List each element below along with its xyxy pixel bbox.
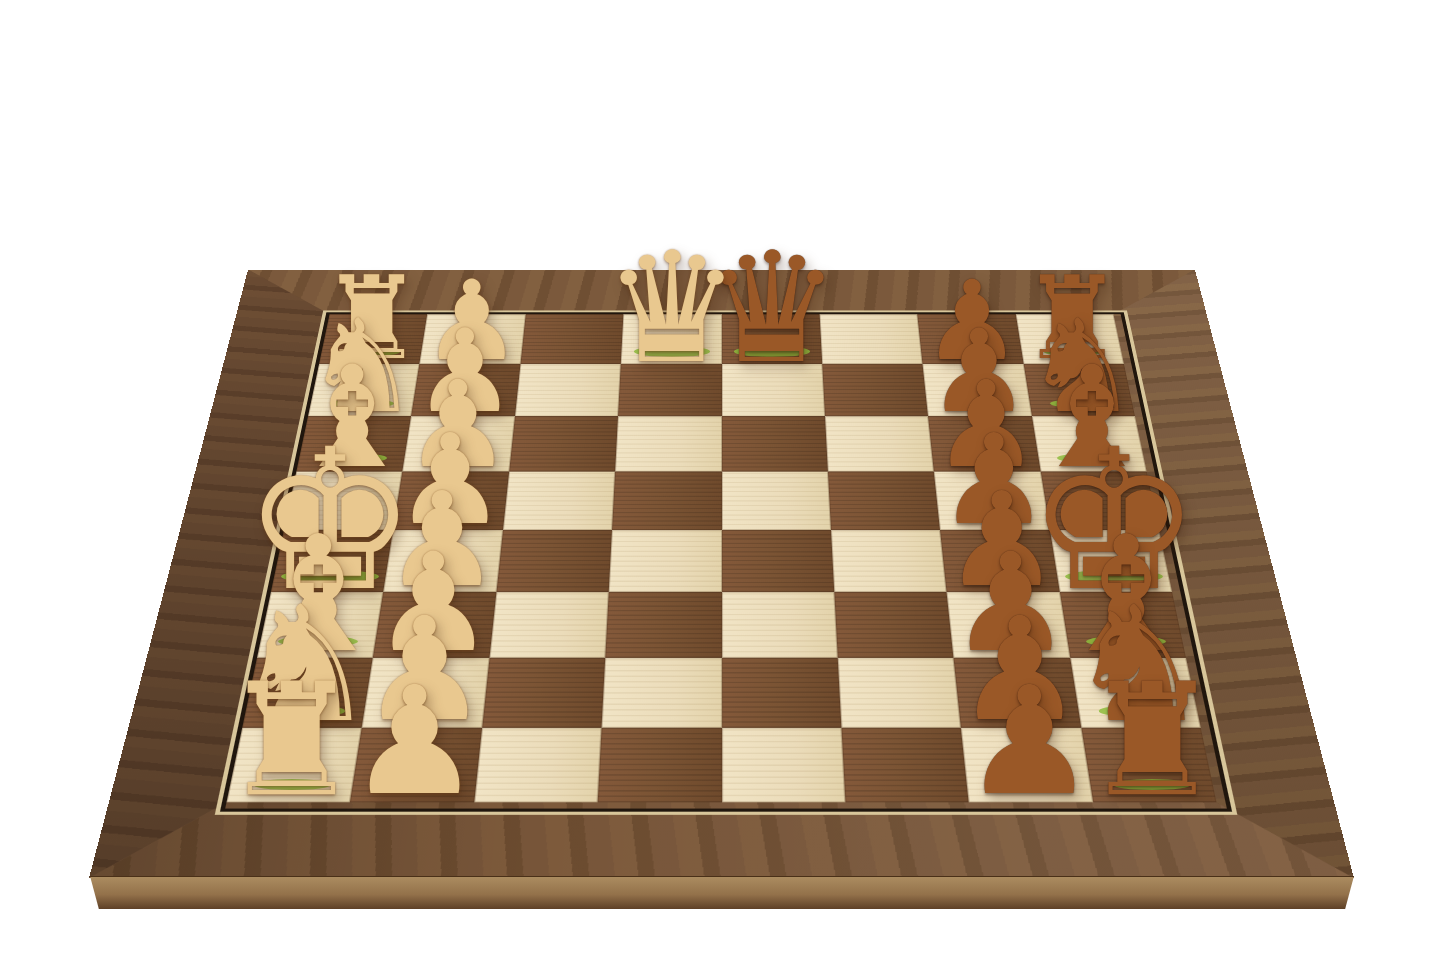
square-g5[interactable] xyxy=(722,658,842,728)
photo-stage: ♜♞♝♚♝♞♜♟♟♟♟♟♟♟♟♛♛♟♟♟♟♟♟♟♟♜♞♝♚♝♞♜ xyxy=(0,0,1445,963)
square-c4[interactable] xyxy=(615,416,721,471)
square-f5[interactable] xyxy=(722,592,838,658)
square-f4[interactable] xyxy=(605,592,721,658)
square-e3[interactable] xyxy=(496,530,612,592)
square-e4[interactable] xyxy=(609,530,722,592)
square-h4[interactable] xyxy=(598,728,722,803)
square-d6[interactable] xyxy=(828,472,940,530)
square-f6[interactable] xyxy=(834,592,954,658)
square-d3[interactable] xyxy=(503,472,615,530)
square-h5[interactable] xyxy=(722,728,846,803)
piece-white-rook-h1[interactable]: ♜ xyxy=(214,663,370,819)
square-g4[interactable] xyxy=(602,658,722,728)
piece-black-pawn-h7[interactable]: ♟ xyxy=(955,667,1105,817)
board-edge-side xyxy=(90,876,1354,909)
square-c3[interactable] xyxy=(509,416,618,471)
square-d5[interactable] xyxy=(722,472,831,530)
square-d4[interactable] xyxy=(612,472,721,530)
square-c6[interactable] xyxy=(825,416,934,471)
square-c5[interactable] xyxy=(722,416,828,471)
square-f3[interactable] xyxy=(489,592,609,658)
square-e6[interactable] xyxy=(831,530,947,592)
piece-white-queen-a4[interactable]: ♛ xyxy=(596,232,749,385)
square-e5[interactable] xyxy=(722,530,835,592)
